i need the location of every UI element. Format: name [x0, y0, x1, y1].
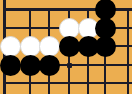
star-point — [67, 63, 72, 68]
black-stone[interactable] — [59, 36, 80, 57]
white-stone[interactable] — [39, 36, 60, 57]
v-grid-line — [127, 8, 129, 94]
black-stone[interactable] — [39, 55, 60, 76]
go-diagram — [0, 0, 132, 94]
black-stone[interactable] — [20, 55, 41, 76]
go-board[interactable] — [0, 0, 132, 94]
black-stone[interactable] — [95, 0, 116, 20]
black-stone[interactable] — [95, 36, 116, 57]
black-stone[interactable] — [0, 55, 21, 76]
white-stone[interactable] — [0, 36, 21, 57]
white-stone[interactable] — [20, 36, 41, 57]
